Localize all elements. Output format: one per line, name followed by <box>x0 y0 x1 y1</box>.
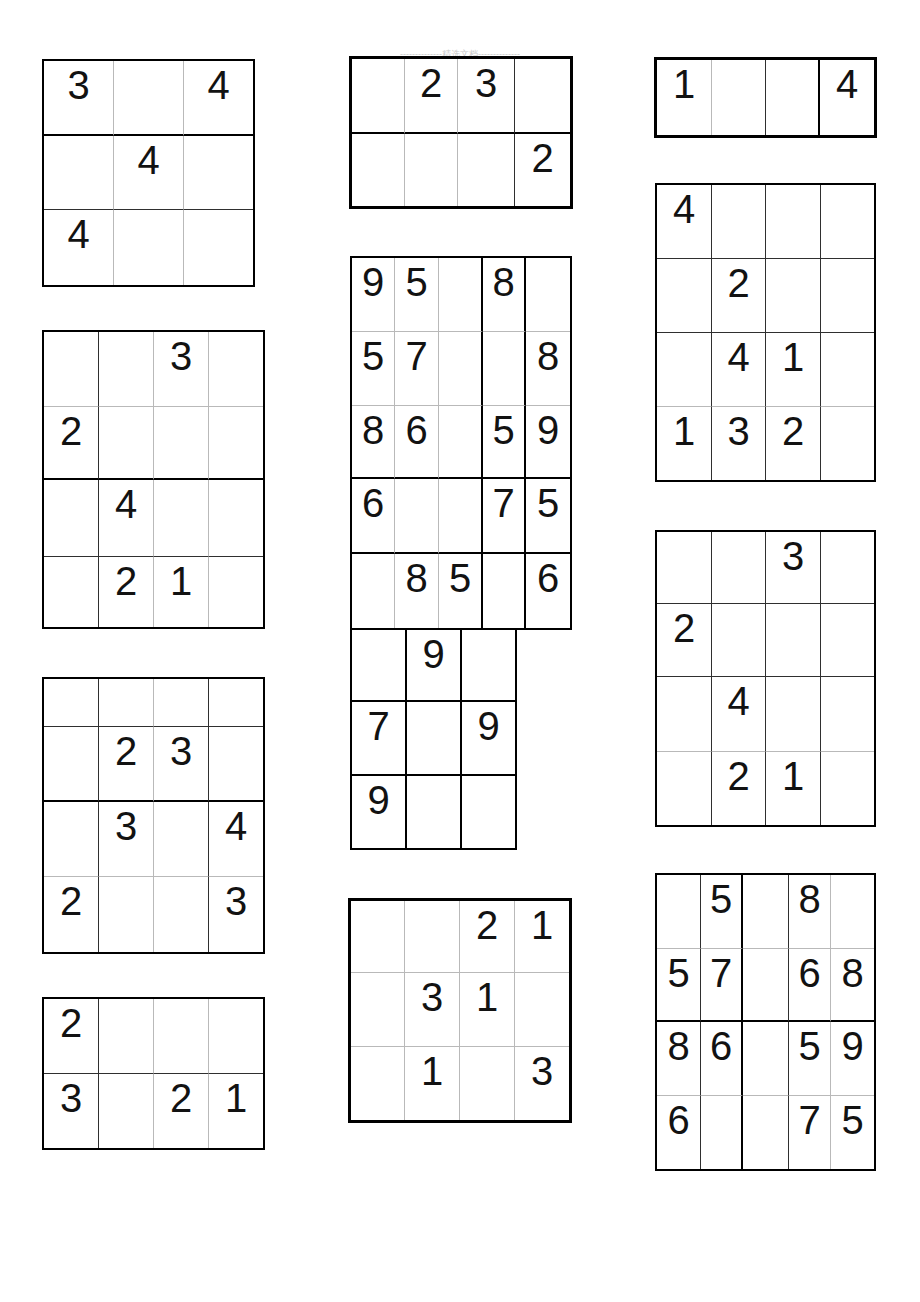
grid-h-cell-r2c4[interactable] <box>515 973 569 1047</box>
grid-f-cell-r2c5: 8 <box>526 332 570 406</box>
given-digit: 2 <box>44 877 98 921</box>
grid-c-cell-r2c3: 3 <box>154 727 209 802</box>
grid-b-cell-r2c3[interactable] <box>154 407 209 480</box>
grid-c-cell-r1c2[interactable] <box>99 679 154 727</box>
given-digit: 4 <box>712 333 765 377</box>
grid-e-cell-r1c1[interactable] <box>352 59 405 134</box>
given-digit: 8 <box>483 258 524 302</box>
given-digit <box>439 258 481 262</box>
given-digit: 7 <box>483 479 524 523</box>
given-digit <box>352 630 405 634</box>
given-digit: 8 <box>789 875 830 919</box>
grid-k-cell-r2c2[interactable] <box>712 604 766 677</box>
grid-l-cell-r2c1: 5 <box>657 949 701 1022</box>
given-digit: 8 <box>352 406 394 450</box>
given-digit <box>766 677 820 681</box>
grid-b-cell-r2c2[interactable] <box>99 407 154 480</box>
grid-l-cell-r2c2: 7 <box>701 949 743 1022</box>
grid-i-cell-r1c3[interactable] <box>766 60 820 135</box>
given-digit <box>99 1074 153 1078</box>
grid-g-cell-r1c1[interactable] <box>352 630 407 702</box>
grid-g-cell-r3c1: 9 <box>352 776 407 848</box>
grid-k-cell-r4c4[interactable] <box>821 752 874 825</box>
given-digit <box>460 1047 514 1051</box>
grid-k-cell-r3c1[interactable] <box>657 677 712 752</box>
grid-h-cell-r3c3[interactable] <box>460 1047 515 1120</box>
given-digit: 3 <box>44 1074 98 1118</box>
given-digit: 8 <box>831 949 874 993</box>
grid-j-cell-r1c4[interactable] <box>821 185 874 259</box>
given-digit: 5 <box>483 406 524 450</box>
puzzle-grid-g: 9799 <box>350 630 517 850</box>
grid-a-cell-r2c1[interactable] <box>44 136 114 210</box>
grid-a-cell-r3c3[interactable] <box>184 210 253 285</box>
grid-f-cell-r5c4[interactable] <box>483 554 526 628</box>
given-digit: 3 <box>515 1047 569 1091</box>
puzzle-grid-e: 232 <box>349 56 573 209</box>
given-digit <box>351 973 404 977</box>
given-digit: 4 <box>820 60 874 104</box>
grid-b-cell-r2c4[interactable] <box>209 407 263 480</box>
given-digit <box>154 802 208 806</box>
grid-b-cell-r1c2[interactable] <box>99 332 154 407</box>
given-digit <box>439 479 481 483</box>
given-digit <box>405 901 459 905</box>
given-digit <box>462 776 515 780</box>
given-digit: 7 <box>701 949 741 993</box>
given-digit <box>712 185 765 189</box>
grid-c-cell-r4c3[interactable] <box>154 877 209 952</box>
given-digit: 3 <box>766 532 820 576</box>
given-digit <box>209 407 263 411</box>
given-digit <box>154 999 208 1003</box>
puzzle-grid-l: 5857688659675 <box>655 873 876 1171</box>
grid-d-cell-r1c4[interactable] <box>209 999 263 1074</box>
given-digit: 7 <box>395 332 438 376</box>
given-digit <box>209 332 263 336</box>
grid-h-cell-r3c2: 1 <box>405 1047 460 1120</box>
given-digit <box>821 677 874 681</box>
given-digit <box>44 679 98 683</box>
grid-d-cell-r1c2[interactable] <box>99 999 154 1074</box>
grid-k-cell-r1c1[interactable] <box>657 532 712 604</box>
given-digit <box>821 532 874 536</box>
grid-f-cell-r1c4: 8 <box>483 258 526 332</box>
given-digit <box>657 752 711 756</box>
given-digit <box>821 407 874 411</box>
given-digit: 2 <box>460 901 514 945</box>
given-digit <box>351 901 404 905</box>
grid-e-cell-r1c3: 3 <box>458 59 515 134</box>
given-digit <box>44 136 113 140</box>
given-digit <box>483 332 524 336</box>
grid-l-cell-r2c3[interactable] <box>743 949 789 1022</box>
grid-h-cell-r3c1[interactable] <box>351 1047 405 1120</box>
given-digit: 6 <box>395 406 438 450</box>
grid-g-cell-r1c3[interactable] <box>462 630 515 702</box>
given-digit: 5 <box>831 1096 874 1140</box>
grid-j-cell-r3c1[interactable] <box>657 333 712 407</box>
grid-c-cell-r2c2: 2 <box>99 727 154 802</box>
given-digit: 5 <box>526 479 570 523</box>
grid-f-cell-r2c3[interactable] <box>439 332 483 406</box>
grid-a-cell-r2c3[interactable] <box>184 136 253 210</box>
given-digit: 6 <box>526 554 570 598</box>
grid-k-cell-r3c3[interactable] <box>766 677 821 752</box>
given-digit <box>766 60 818 64</box>
grid-b-cell-r1c4[interactable] <box>209 332 263 407</box>
given-digit <box>821 604 874 608</box>
grid-l-cell-r4c2[interactable] <box>701 1096 743 1169</box>
grid-b-cell-r3c1[interactable] <box>44 480 99 557</box>
grid-g-cell-r2c1: 7 <box>352 702 407 776</box>
given-digit <box>483 554 524 558</box>
puzzle-grid-a: 3444 <box>42 59 255 287</box>
grid-e-cell-r2c2[interactable] <box>405 134 458 206</box>
given-digit: 9 <box>352 776 405 820</box>
grid-l-cell-r2c5: 8 <box>831 949 874 1022</box>
grid-k-cell-r1c3: 3 <box>766 532 821 604</box>
grid-c-cell-r3c2: 3 <box>99 802 154 877</box>
grid-e-cell-r1c2: 2 <box>405 59 458 134</box>
grid-e-cell-r2c3[interactable] <box>458 134 515 206</box>
grid-a-cell-r1c1: 3 <box>44 61 114 136</box>
grid-f-cell-r2c1: 5 <box>352 332 395 406</box>
grid-i-cell-r1c4: 4 <box>820 60 874 135</box>
grid-j-cell-r2c2: 2 <box>712 259 766 333</box>
grid-e-cell-r1c4[interactable] <box>515 59 570 134</box>
grid-k-cell-r2c1: 2 <box>657 604 712 677</box>
grid-k-cell-r1c4[interactable] <box>821 532 874 604</box>
grid-f-cell-r2c2: 7 <box>395 332 439 406</box>
grid-j-cell-r4c4[interactable] <box>821 407 874 480</box>
given-digit <box>154 877 208 881</box>
given-digit <box>209 480 263 484</box>
given-digit <box>821 259 874 263</box>
grid-f-cell-r4c3[interactable] <box>439 479 483 554</box>
given-digit <box>209 999 263 1003</box>
given-digit: 1 <box>405 1047 459 1091</box>
grid-b-cell-r3c2: 4 <box>99 480 154 557</box>
given-digit: 3 <box>405 973 459 1017</box>
given-digit <box>99 999 153 1003</box>
given-digit <box>821 752 874 756</box>
grid-k-cell-r3c4[interactable] <box>821 677 874 752</box>
grid-f-cell-r3c5: 9 <box>526 406 570 479</box>
given-digit: 4 <box>209 802 263 846</box>
given-digit <box>515 973 569 977</box>
grid-b-cell-r4c1[interactable] <box>44 557 99 627</box>
grid-j-cell-r3c2: 4 <box>712 333 766 407</box>
given-digit: 1 <box>766 333 820 377</box>
given-digit: 1 <box>515 901 569 945</box>
grid-l-cell-r3c5: 9 <box>831 1022 874 1096</box>
given-digit <box>712 604 765 608</box>
puzzle-grid-c: 233423 <box>42 677 265 954</box>
grid-f-cell-r5c1[interactable] <box>352 554 395 628</box>
grid-a-cell-r1c2[interactable] <box>114 61 184 136</box>
grid-c-cell-r2c1[interactable] <box>44 727 99 802</box>
given-digit: 8 <box>657 1022 700 1066</box>
given-digit <box>114 210 183 214</box>
given-digit: 4 <box>99 480 153 524</box>
grid-c-cell-r3c4: 4 <box>209 802 263 877</box>
grid-d-cell-r2c4: 1 <box>209 1074 263 1148</box>
given-digit: 7 <box>352 702 405 746</box>
puzzle-grid-k: 32421 <box>655 530 876 827</box>
given-digit: 8 <box>395 554 438 598</box>
given-digit <box>407 776 460 780</box>
given-digit <box>657 259 711 263</box>
grid-j-cell-r1c2[interactable] <box>712 185 766 259</box>
grid-j-cell-r3c3: 1 <box>766 333 821 407</box>
grid-k-cell-r2c4[interactable] <box>821 604 874 677</box>
given-digit <box>184 136 253 140</box>
given-digit: 2 <box>44 407 98 451</box>
given-digit: 4 <box>184 61 253 105</box>
grid-c-cell-r4c1: 2 <box>44 877 99 952</box>
grid-c-cell-r3c3[interactable] <box>154 802 209 877</box>
grid-l-cell-r3c3[interactable] <box>743 1022 789 1096</box>
worksheet-page: --------------精选文档-------------- 3444 32… <box>0 0 920 1302</box>
grid-e-cell-r2c1[interactable] <box>352 134 405 206</box>
given-digit <box>458 134 514 138</box>
grid-f-cell-r5c5: 6 <box>526 554 570 628</box>
grid-f-cell-r4c2[interactable] <box>395 479 439 554</box>
given-digit: 5 <box>657 949 700 993</box>
given-digit: 9 <box>462 702 515 746</box>
given-digit <box>657 875 700 879</box>
given-digit <box>99 679 153 683</box>
given-digit: 2 <box>712 752 765 796</box>
grid-l-cell-r2c4: 6 <box>789 949 831 1022</box>
grid-c-cell-r3c1[interactable] <box>44 802 99 877</box>
grid-k-cell-r4c2: 2 <box>712 752 766 825</box>
given-digit: 5 <box>439 554 481 598</box>
given-digit: 7 <box>789 1096 830 1140</box>
grid-i-cell-r1c2[interactable] <box>712 60 766 135</box>
grid-b-cell-r1c1[interactable] <box>44 332 99 407</box>
given-digit <box>515 59 570 63</box>
given-digit: 6 <box>701 1022 741 1066</box>
grid-b-cell-r4c3: 1 <box>154 557 209 627</box>
grid-f-cell-r4c1: 6 <box>352 479 395 554</box>
given-digit <box>154 480 208 484</box>
grid-l-cell-r1c3[interactable] <box>743 875 789 949</box>
grid-f-cell-r3c1: 8 <box>352 406 395 479</box>
grid-f-cell-r5c2: 8 <box>395 554 439 628</box>
given-digit <box>743 949 788 953</box>
grid-d-cell-r1c1: 2 <box>44 999 99 1074</box>
grid-h-cell-r1c1[interactable] <box>351 901 405 973</box>
given-digit <box>154 679 208 683</box>
grid-j-cell-r2c1[interactable] <box>657 259 712 333</box>
given-digit <box>701 1096 741 1100</box>
given-digit <box>462 630 515 634</box>
given-digit: 2 <box>154 1074 208 1118</box>
grid-a-cell-r3c1: 4 <box>44 210 114 285</box>
grid-k-cell-r1c2[interactable] <box>712 532 766 604</box>
grid-l-cell-r1c5[interactable] <box>831 875 874 949</box>
given-digit <box>352 134 404 138</box>
grid-j-cell-r2c4[interactable] <box>821 259 874 333</box>
grid-c-cell-r4c2[interactable] <box>99 877 154 952</box>
puzzle-grid-f: 9585788659675856 <box>350 256 572 630</box>
given-digit <box>439 332 481 336</box>
grid-c-cell-r4c4: 3 <box>209 877 263 952</box>
grid-d-cell-r2c3: 2 <box>154 1074 209 1148</box>
grid-f-cell-r1c2: 5 <box>395 258 439 332</box>
grid-b-cell-r3c3[interactable] <box>154 480 209 557</box>
given-digit <box>766 259 820 263</box>
grid-j-cell-r2c3[interactable] <box>766 259 821 333</box>
grid-d-cell-r2c1: 3 <box>44 1074 99 1148</box>
given-digit <box>743 1096 788 1100</box>
given-digit: 1 <box>766 752 820 796</box>
given-digit <box>99 332 153 336</box>
given-digit <box>439 406 481 410</box>
given-digit <box>405 134 457 138</box>
given-digit: 3 <box>209 877 263 921</box>
given-digit <box>352 59 404 63</box>
grid-f-cell-r1c5[interactable] <box>526 258 570 332</box>
grid-l-cell-r3c2: 6 <box>701 1022 743 1096</box>
grid-f-cell-r2c4[interactable] <box>483 332 526 406</box>
given-digit: 3 <box>99 802 153 846</box>
grid-k-cell-r4c3: 1 <box>766 752 821 825</box>
grid-g-cell-r1c2: 9 <box>407 630 462 702</box>
grid-f-cell-r5c3: 5 <box>439 554 483 628</box>
grid-l-cell-r1c4: 8 <box>789 875 831 949</box>
grid-l-cell-r1c2: 5 <box>701 875 743 949</box>
grid-c-cell-r1c1[interactable] <box>44 679 99 727</box>
given-digit: 9 <box>352 258 394 302</box>
grid-f-cell-r4c4: 7 <box>483 479 526 554</box>
grid-h-cell-r1c3: 2 <box>460 901 515 973</box>
given-digit <box>821 185 874 189</box>
grid-l-cell-r4c1: 6 <box>657 1096 701 1169</box>
given-digit <box>821 333 874 337</box>
grid-g-cell-r2c2[interactable] <box>407 702 462 776</box>
grid-d-cell-r2c2[interactable] <box>99 1074 154 1148</box>
given-digit: 1 <box>657 407 711 451</box>
grid-h-cell-r3c4: 3 <box>515 1047 569 1120</box>
given-digit: 2 <box>405 59 457 103</box>
given-digit <box>209 727 263 731</box>
given-digit: 5 <box>789 1022 830 1066</box>
given-digit <box>831 875 874 879</box>
grid-f-cell-r3c4: 5 <box>483 406 526 479</box>
puzzle-grid-b: 32421 <box>42 330 265 629</box>
grid-g-cell-r2c3: 9 <box>462 702 515 776</box>
given-digit: 4 <box>44 210 113 254</box>
given-digit <box>44 557 98 561</box>
given-digit <box>657 333 711 337</box>
given-digit: 4 <box>114 136 183 180</box>
grid-j-cell-r3c4[interactable] <box>821 333 874 407</box>
grid-e-cell-r2c4: 2 <box>515 134 570 206</box>
given-digit <box>657 532 711 536</box>
grid-k-cell-r2c3[interactable] <box>766 604 821 677</box>
given-digit <box>766 604 820 608</box>
given-digit: 1 <box>460 973 514 1017</box>
given-digit: 2 <box>515 134 570 178</box>
given-digit <box>154 407 208 411</box>
grid-k-cell-r3c2: 4 <box>712 677 766 752</box>
grid-b-cell-r1c3: 3 <box>154 332 209 407</box>
given-digit <box>526 258 570 262</box>
grid-f-cell-r1c3[interactable] <box>439 258 483 332</box>
given-digit: 4 <box>657 185 711 229</box>
grid-c-cell-r2c4[interactable] <box>209 727 263 802</box>
given-digit: 6 <box>657 1096 700 1140</box>
grid-g-cell-r3c3[interactable] <box>462 776 515 848</box>
grid-j-cell-r4c1: 1 <box>657 407 712 480</box>
grid-a-cell-r3c2[interactable] <box>114 210 184 285</box>
grid-c-cell-r1c4[interactable] <box>209 679 263 727</box>
grid-h-cell-r2c1[interactable] <box>351 973 405 1047</box>
given-digit: 4 <box>712 677 765 721</box>
puzzle-grid-j: 4241132 <box>655 183 876 482</box>
given-digit <box>44 802 98 806</box>
given-digit: 3 <box>154 727 208 771</box>
grid-a-cell-r1c3: 4 <box>184 61 253 136</box>
grid-c-cell-r1c3[interactable] <box>154 679 209 727</box>
given-digit <box>712 60 765 64</box>
grid-b-cell-r3c4[interactable] <box>209 480 263 557</box>
grid-b-cell-r4c2: 2 <box>99 557 154 627</box>
given-digit: 3 <box>44 61 113 105</box>
grid-i-cell-r1c1: 1 <box>657 60 712 135</box>
grid-b-cell-r4c4[interactable] <box>209 557 263 627</box>
grid-l-cell-r4c3[interactable] <box>743 1096 789 1169</box>
grid-l-cell-r3c4: 5 <box>789 1022 831 1096</box>
grid-l-cell-r3c1: 8 <box>657 1022 701 1096</box>
given-digit: 2 <box>712 259 765 303</box>
puzzle-grid-h: 213113 <box>348 898 572 1123</box>
grid-l-cell-r1c1[interactable] <box>657 875 701 949</box>
grid-k-cell-r4c1[interactable] <box>657 752 712 825</box>
given-digit <box>395 479 438 483</box>
grid-h-cell-r2c2: 3 <box>405 973 460 1047</box>
given-digit: 9 <box>526 406 570 450</box>
given-digit: 1 <box>657 60 711 104</box>
grid-d-cell-r1c3[interactable] <box>154 999 209 1074</box>
grid-h-cell-r1c2[interactable] <box>405 901 460 973</box>
given-digit: 3 <box>154 332 208 376</box>
given-digit: 9 <box>831 1022 874 1066</box>
grid-l-cell-r4c5: 5 <box>831 1096 874 1169</box>
given-digit <box>209 557 263 561</box>
given-digit: 3 <box>712 407 765 451</box>
given-digit: 3 <box>458 59 514 103</box>
given-digit: 2 <box>766 407 820 451</box>
grid-j-cell-r1c3[interactable] <box>766 185 821 259</box>
given-digit <box>712 532 765 536</box>
given-digit <box>657 677 711 681</box>
given-digit <box>743 875 788 879</box>
given-digit: 6 <box>789 949 830 993</box>
grid-f-cell-r3c3[interactable] <box>439 406 483 479</box>
given-digit <box>184 210 253 214</box>
given-digit: 2 <box>44 999 98 1043</box>
given-digit <box>766 185 820 189</box>
grid-f-cell-r1c1: 9 <box>352 258 395 332</box>
given-digit <box>44 332 98 336</box>
grid-h-cell-r1c4: 1 <box>515 901 569 973</box>
given-digit <box>114 61 183 65</box>
grid-g-cell-r3c2[interactable] <box>407 776 462 848</box>
